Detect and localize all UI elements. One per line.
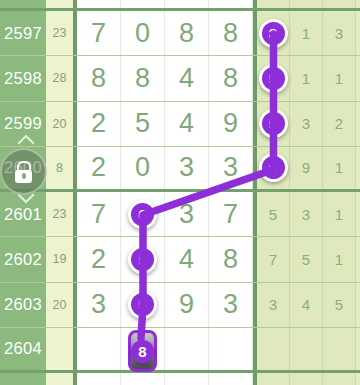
edge-strip bbox=[356, 192, 360, 236]
trend-cell: 8 bbox=[257, 11, 290, 55]
edge-strip bbox=[356, 147, 360, 189]
digit: 3 bbox=[179, 201, 194, 228]
issue-cell: 2599 bbox=[0, 102, 46, 146]
digit: 8 bbox=[223, 246, 238, 273]
digit-cell: 5 bbox=[121, 102, 165, 146]
digit-cell: 8 bbox=[165, 11, 209, 55]
digit: 8 bbox=[91, 65, 106, 92]
trend-cell: 1 bbox=[323, 192, 356, 236]
digit-cell: 7 bbox=[77, 11, 121, 55]
edge-strip bbox=[356, 11, 360, 55]
edge-strip bbox=[356, 0, 360, 8]
digit-cell: 0 bbox=[121, 147, 165, 189]
digit: 0 bbox=[135, 154, 150, 181]
digit: 2 bbox=[91, 110, 106, 137]
row-2603: 2603203593345 bbox=[0, 283, 360, 328]
trend-cell: 5 bbox=[257, 56, 290, 100]
trend-cell: 5 bbox=[290, 237, 323, 281]
digit-cell: 4 bbox=[165, 102, 209, 146]
digit-cell: 3 bbox=[165, 192, 209, 236]
digit-cell: 9 bbox=[165, 283, 209, 327]
row-2599: 2599202549532 bbox=[0, 102, 360, 147]
trend-cell: 3 bbox=[290, 102, 323, 146]
trend-cell: 1 bbox=[323, 56, 356, 100]
trend-cell: 1 bbox=[323, 147, 356, 189]
digit: 1 bbox=[335, 207, 343, 222]
digit-cell bbox=[165, 373, 209, 385]
edge-strip bbox=[356, 328, 360, 370]
digit: 1 bbox=[302, 71, 310, 86]
stat-cell: 23 bbox=[46, 192, 73, 236]
trend-cell bbox=[290, 373, 323, 385]
trend-cell: 3 bbox=[323, 11, 356, 55]
digit: 3 bbox=[302, 207, 310, 222]
lock-icon-body bbox=[15, 170, 32, 183]
edge-strip bbox=[356, 237, 360, 281]
digit-cell: 7 bbox=[77, 192, 121, 236]
digit: 9 bbox=[179, 291, 194, 318]
trend-cell bbox=[323, 328, 356, 370]
stat-cell: 19 bbox=[46, 237, 73, 281]
trend-cell bbox=[257, 0, 290, 8]
digit: 3 bbox=[269, 297, 277, 312]
digit: 3 bbox=[91, 291, 106, 318]
selected-number-circle: 5 bbox=[259, 109, 288, 138]
trend-cell bbox=[323, 373, 356, 385]
digit: 4 bbox=[179, 65, 194, 92]
row-2600: 260082033691 bbox=[0, 147, 360, 192]
digit: 7 bbox=[269, 252, 277, 267]
trend-cell: 3 bbox=[257, 283, 290, 327]
trend-cell: 7 bbox=[257, 237, 290, 281]
issue-cell: 2597 bbox=[0, 11, 46, 55]
digit-cell: 8 bbox=[121, 328, 165, 370]
trend-cell: 1 bbox=[290, 11, 323, 55]
row-partial-top bbox=[0, 0, 360, 11]
digit-cell: 2 bbox=[77, 147, 121, 189]
issue-cell: 2604 bbox=[0, 328, 46, 370]
stat-cell: 28 bbox=[46, 56, 73, 100]
digit: 2 bbox=[91, 246, 106, 273]
trend-cell bbox=[323, 0, 356, 8]
digit: 2 bbox=[91, 154, 106, 181]
digit: 5 bbox=[269, 207, 277, 222]
row-2604: 26048 bbox=[0, 328, 360, 373]
digit-cell bbox=[77, 328, 121, 370]
trend-cell: 3 bbox=[290, 192, 323, 236]
digit-cell: 4 bbox=[165, 237, 209, 281]
digit-cell bbox=[209, 373, 253, 385]
selected-number-circle: 5 bbox=[128, 290, 157, 319]
digit-cell: 5 bbox=[121, 237, 165, 281]
selected-number-circle: 6 bbox=[259, 153, 288, 182]
digit: 4 bbox=[302, 297, 310, 312]
digit-cell: 8 bbox=[77, 56, 121, 100]
stat-cell bbox=[46, 0, 73, 8]
digit: 1 bbox=[335, 252, 343, 267]
row-2602: 2602192548751 bbox=[0, 237, 360, 282]
digit-cell bbox=[165, 328, 209, 370]
prediction-number: 8 bbox=[131, 340, 154, 363]
digit: 1 bbox=[302, 26, 310, 41]
digit: 4 bbox=[179, 246, 194, 273]
selected-number-circle: 6 bbox=[128, 200, 157, 229]
trend-cell: 1 bbox=[323, 237, 356, 281]
digit-cell: 3 bbox=[77, 283, 121, 327]
digit-cell bbox=[209, 328, 253, 370]
row-2597: 2597237088813 bbox=[0, 11, 360, 56]
digit: 8 bbox=[135, 65, 150, 92]
digit-cell bbox=[165, 0, 209, 8]
trend-cell bbox=[257, 328, 290, 370]
digit-cell: 8 bbox=[209, 11, 253, 55]
digit: 8 bbox=[179, 20, 194, 47]
stat-cell: 23 bbox=[46, 11, 73, 55]
trend-cell bbox=[290, 0, 323, 8]
digit-cell bbox=[121, 0, 165, 8]
digit-cell: 8 bbox=[209, 237, 253, 281]
digit: 8 bbox=[223, 20, 238, 47]
digit: 7 bbox=[91, 201, 106, 228]
digit: 7 bbox=[223, 201, 238, 228]
digit-cell: 2 bbox=[77, 237, 121, 281]
digit-cell: 2 bbox=[77, 102, 121, 146]
digit: 0 bbox=[135, 20, 150, 47]
digit-cell: 3 bbox=[209, 147, 253, 189]
trend-cell bbox=[257, 373, 290, 385]
issue-cell: 2598 bbox=[0, 56, 46, 100]
row-partial-bottom bbox=[0, 373, 360, 385]
digit: 4 bbox=[179, 110, 194, 137]
digit-cell: 0 bbox=[121, 11, 165, 55]
digit: 8 bbox=[223, 65, 238, 92]
trend-cell: 5 bbox=[257, 102, 290, 146]
digit: 2 bbox=[335, 116, 343, 131]
digit: 1 bbox=[335, 71, 343, 86]
stat-cell: 8 bbox=[46, 147, 73, 189]
edge-strip bbox=[356, 56, 360, 100]
lottery-trend-chart: 2597237088813259828884851125992025495322… bbox=[0, 0, 360, 385]
keyhole bbox=[22, 173, 26, 179]
digit-cell bbox=[77, 373, 121, 385]
edge-strip bbox=[356, 102, 360, 146]
digit-cell: 3 bbox=[165, 147, 209, 189]
trend-cell: 4 bbox=[290, 283, 323, 327]
stat-cell bbox=[46, 373, 73, 385]
digit-cell: 3 bbox=[209, 283, 253, 327]
trend-cell: 6 bbox=[257, 147, 290, 189]
digit-cell: 6 bbox=[121, 192, 165, 236]
digit: 7 bbox=[91, 20, 106, 47]
digit-cell: 8 bbox=[209, 56, 253, 100]
digit-cell bbox=[121, 373, 165, 385]
lock-button[interactable] bbox=[0, 148, 47, 195]
digit: 3 bbox=[179, 154, 194, 181]
issue-cell bbox=[0, 373, 46, 385]
digit: 5 bbox=[302, 252, 310, 267]
stat-cell: 20 bbox=[46, 283, 73, 327]
trend-cell: 1 bbox=[290, 56, 323, 100]
digit: 3 bbox=[335, 26, 343, 41]
stat-cell: 20 bbox=[46, 102, 73, 146]
selected-number-circle: 5 bbox=[259, 64, 288, 93]
digit-cell: 7 bbox=[209, 192, 253, 236]
edge-strip bbox=[356, 373, 360, 385]
digit-cell bbox=[77, 0, 121, 8]
digit-cell: 5 bbox=[121, 283, 165, 327]
digit: 9 bbox=[223, 110, 238, 137]
row-2601: 2601237637531 bbox=[0, 192, 360, 237]
selected-number-circle: 5 bbox=[128, 245, 157, 274]
digit: 3 bbox=[302, 116, 310, 131]
digit-cell bbox=[209, 0, 253, 8]
issue-cell: 2602 bbox=[0, 237, 46, 281]
digit: 5 bbox=[135, 110, 150, 137]
trend-cell bbox=[290, 328, 323, 370]
trend-cell: 9 bbox=[290, 147, 323, 189]
issue-cell bbox=[0, 0, 46, 8]
digit: 5 bbox=[335, 297, 343, 312]
digit: 1 bbox=[335, 160, 343, 175]
digit: 3 bbox=[223, 291, 238, 318]
digit-cell: 9 bbox=[209, 102, 253, 146]
stat-cell bbox=[46, 328, 73, 370]
trend-cell: 2 bbox=[323, 102, 356, 146]
prediction-box[interactable]: 8 bbox=[128, 330, 157, 372]
digit-cell: 4 bbox=[165, 56, 209, 100]
digit: 3 bbox=[223, 154, 238, 181]
issue-cell: 2601 bbox=[0, 192, 46, 236]
digit: 9 bbox=[302, 160, 310, 175]
issue-cell: 2603 bbox=[0, 283, 46, 327]
selected-number-circle: 8 bbox=[259, 19, 288, 48]
trend-cell: 5 bbox=[323, 283, 356, 327]
row-2598: 2598288848511 bbox=[0, 56, 360, 101]
trend-cell: 5 bbox=[257, 192, 290, 236]
rows: 2597237088813259828884851125992025495322… bbox=[0, 0, 360, 385]
digit-cell: 8 bbox=[121, 56, 165, 100]
edge-strip bbox=[356, 283, 360, 327]
